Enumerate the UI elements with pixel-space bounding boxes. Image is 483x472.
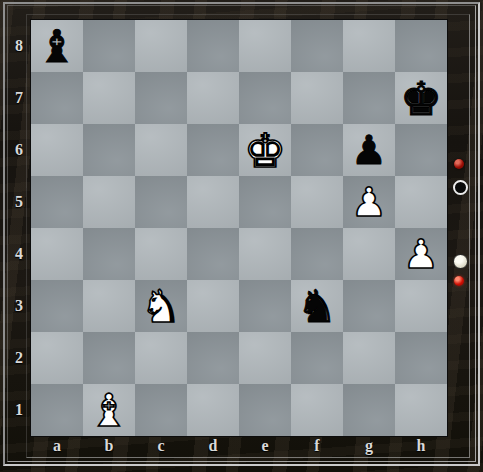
square-b7[interactable] [83, 72, 135, 124]
square-g7[interactable] [343, 72, 395, 124]
chess-app-window: ♝♚♚♟♟♟♞♞♝ 87654321abcdefgh [0, 0, 483, 472]
square-e2[interactable] [239, 332, 291, 384]
rank-label-2: 2 [8, 332, 30, 384]
square-f4[interactable] [291, 228, 343, 280]
square-e1[interactable] [239, 384, 291, 436]
white-king-e6[interactable]: ♚ [244, 127, 286, 174]
black-knight-f3[interactable]: ♞ [297, 284, 337, 329]
square-c3[interactable]: ♞ [135, 280, 187, 332]
square-e8[interactable] [239, 20, 291, 72]
square-d1[interactable] [187, 384, 239, 436]
square-d2[interactable] [187, 332, 239, 384]
square-h5[interactable] [395, 176, 447, 228]
square-c1[interactable] [135, 384, 187, 436]
square-b1[interactable]: ♝ [83, 384, 135, 436]
square-a3[interactable] [31, 280, 83, 332]
file-label-e: e [239, 436, 291, 456]
rank-label-1: 1 [8, 384, 30, 436]
square-h3[interactable] [395, 280, 447, 332]
square-d4[interactable] [187, 228, 239, 280]
white-pawn-h4[interactable]: ♟ [403, 234, 439, 274]
black-turn-led-icon [454, 159, 464, 169]
square-a1[interactable] [31, 384, 83, 436]
square-d3[interactable] [187, 280, 239, 332]
square-g5[interactable]: ♟ [343, 176, 395, 228]
square-h4[interactable]: ♟ [395, 228, 447, 280]
square-f1[interactable] [291, 384, 343, 436]
black-bishop-a8[interactable]: ♝ [37, 24, 77, 69]
rank-label-5: 5 [8, 176, 30, 228]
chess-board: ♝♚♚♟♟♟♞♞♝ [31, 20, 447, 436]
white-pawn-g5[interactable]: ♟ [351, 182, 387, 222]
square-d6[interactable] [187, 124, 239, 176]
square-b2[interactable] [83, 332, 135, 384]
square-g4[interactable] [343, 228, 395, 280]
square-h6[interactable] [395, 124, 447, 176]
square-c4[interactable] [135, 228, 187, 280]
square-a4[interactable] [31, 228, 83, 280]
square-e6[interactable]: ♚ [239, 124, 291, 176]
square-f3[interactable]: ♞ [291, 280, 343, 332]
rank-label-6: 6 [8, 124, 30, 176]
black-pawn-g6[interactable]: ♟ [351, 130, 387, 170]
square-e4[interactable] [239, 228, 291, 280]
white-knight-c3[interactable]: ♞ [141, 284, 181, 329]
square-e7[interactable] [239, 72, 291, 124]
square-a5[interactable] [31, 176, 83, 228]
file-label-a: a [31, 436, 83, 456]
square-e3[interactable] [239, 280, 291, 332]
rank-label-3: 3 [8, 280, 30, 332]
square-g8[interactable] [343, 20, 395, 72]
file-label-h: h [395, 436, 447, 456]
square-g1[interactable] [343, 384, 395, 436]
rank-label-7: 7 [8, 72, 30, 124]
square-c2[interactable] [135, 332, 187, 384]
square-b6[interactable] [83, 124, 135, 176]
black-king-h7[interactable]: ♚ [400, 75, 442, 122]
square-a6[interactable] [31, 124, 83, 176]
square-g6[interactable]: ♟ [343, 124, 395, 176]
square-f8[interactable] [291, 20, 343, 72]
square-c5[interactable] [135, 176, 187, 228]
file-label-g: g [343, 436, 395, 456]
square-f5[interactable] [291, 176, 343, 228]
square-f7[interactable] [291, 72, 343, 124]
rank-label-4: 4 [8, 228, 30, 280]
file-label-d: d [187, 436, 239, 456]
square-d8[interactable] [187, 20, 239, 72]
square-g3[interactable] [343, 280, 395, 332]
square-h2[interactable] [395, 332, 447, 384]
square-d5[interactable] [187, 176, 239, 228]
square-a8[interactable]: ♝ [31, 20, 83, 72]
square-b8[interactable] [83, 20, 135, 72]
square-b5[interactable] [83, 176, 135, 228]
square-h7[interactable]: ♚ [395, 72, 447, 124]
square-a7[interactable] [31, 72, 83, 124]
white-bishop-b1[interactable]: ♝ [89, 388, 129, 433]
square-b4[interactable] [83, 228, 135, 280]
square-h8[interactable] [395, 20, 447, 72]
square-d7[interactable] [187, 72, 239, 124]
square-g2[interactable] [343, 332, 395, 384]
file-label-f: f [291, 436, 343, 456]
square-f2[interactable] [291, 332, 343, 384]
square-a2[interactable] [31, 332, 83, 384]
white-player-disc-icon [453, 254, 468, 269]
square-b3[interactable] [83, 280, 135, 332]
square-c7[interactable] [135, 72, 187, 124]
square-c8[interactable] [135, 20, 187, 72]
square-e5[interactable] [239, 176, 291, 228]
black-player-disc-icon [453, 180, 468, 195]
square-h1[interactable] [395, 384, 447, 436]
square-c6[interactable] [135, 124, 187, 176]
rank-label-8: 8 [8, 20, 30, 72]
white-turn-led-icon [454, 276, 464, 286]
square-f6[interactable] [291, 124, 343, 176]
file-label-b: b [83, 436, 135, 456]
file-label-c: c [135, 436, 187, 456]
